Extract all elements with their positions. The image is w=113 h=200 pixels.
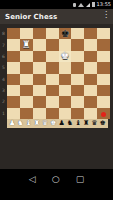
square-d6[interactable] [46, 51, 59, 62]
square-f1[interactable] [71, 108, 84, 119]
rank-label-5: 5 [0, 62, 7, 73]
square-e7[interactable] [59, 39, 72, 50]
phone-screen: 13:55 Senior Chess ⋮ 87654321 ♚♜♚ ♟♞♝♜♛♚… [0, 0, 113, 200]
square-f6[interactable] [71, 51, 84, 62]
tray-white-knight[interactable]: ♞ [17, 120, 23, 127]
square-b1[interactable] [20, 108, 33, 119]
square-d2[interactable] [46, 96, 59, 107]
square-e8[interactable]: ♚ [59, 28, 72, 39]
wifi-icon [78, 3, 84, 7]
black-king[interactable]: ♚ [60, 29, 69, 39]
square-e3[interactable] [59, 85, 72, 96]
app-bar: Senior Chess ⋮ [0, 9, 113, 24]
rank-label-3: 3 [0, 85, 7, 96]
tray-black-knight[interactable]: ♞ [67, 120, 73, 127]
square-e5[interactable] [59, 62, 72, 73]
square-h2[interactable] [97, 96, 110, 107]
square-h3[interactable] [97, 85, 110, 96]
square-g7[interactable] [84, 39, 97, 50]
tray-white-rook[interactable]: ♜ [34, 120, 40, 127]
rank-label-1: 1 [0, 108, 7, 119]
square-c4[interactable] [33, 74, 46, 85]
square-g6[interactable] [84, 51, 97, 62]
square-a5[interactable] [7, 62, 20, 73]
square-b4[interactable] [20, 74, 33, 85]
square-c5[interactable] [33, 62, 46, 73]
tray-black-rook[interactable]: ♜ [83, 120, 89, 127]
tray-black-king[interactable]: ♚ [100, 120, 106, 127]
square-b7[interactable]: ♜ [20, 39, 33, 50]
signal-icon [86, 3, 90, 7]
battery-icon [92, 2, 95, 7]
chess-board: ♚♜♚ [7, 28, 110, 119]
white-king[interactable]: ♚ [60, 51, 69, 61]
square-h7[interactable] [97, 39, 110, 50]
piece-tray: ♟♞♝♜♛♚♟♞♝♜♛♚ [7, 119, 108, 128]
square-e6[interactable]: ♚ [59, 51, 72, 62]
square-d3[interactable] [46, 85, 59, 96]
rank-label-8: 8 [0, 28, 7, 39]
square-d5[interactable] [46, 62, 59, 73]
white-rook[interactable]: ♜ [22, 40, 31, 50]
square-h8[interactable] [97, 28, 110, 39]
square-h5[interactable] [97, 62, 110, 73]
status-bar: 13:55 [0, 0, 113, 9]
square-a3[interactable] [7, 85, 20, 96]
square-c7[interactable] [33, 39, 46, 50]
square-d7[interactable] [46, 39, 59, 50]
square-a1[interactable] [7, 108, 20, 119]
rank-label-6: 6 [0, 51, 7, 62]
rank-labels: 87654321 [0, 28, 7, 119]
square-d8[interactable] [46, 28, 59, 39]
square-c1[interactable] [33, 108, 46, 119]
rank-label-7: 7 [0, 39, 7, 50]
vibrate-icon [73, 3, 76, 7]
app-title: Senior Chess [0, 13, 57, 21]
square-c2[interactable] [33, 96, 46, 107]
square-e2[interactable] [59, 96, 72, 107]
tray-black-bishop[interactable]: ♝ [75, 120, 81, 127]
square-e4[interactable] [59, 74, 72, 85]
square-b2[interactable] [20, 96, 33, 107]
square-h6[interactable] [97, 51, 110, 62]
square-b3[interactable] [20, 85, 33, 96]
square-c6[interactable] [33, 51, 46, 62]
tray-white-king[interactable]: ♚ [50, 120, 56, 127]
square-d4[interactable] [46, 74, 59, 85]
square-a4[interactable] [7, 74, 20, 85]
overflow-menu-icon[interactable]: ⋮ [102, 11, 110, 19]
back-button[interactable]: ◁ [29, 175, 36, 184]
square-b5[interactable] [20, 62, 33, 73]
tray-black-pawn[interactable]: ♟ [58, 120, 64, 127]
square-a7[interactable] [7, 39, 20, 50]
square-a8[interactable] [7, 28, 20, 39]
square-g3[interactable] [84, 85, 97, 96]
rank-label-4: 4 [0, 74, 7, 85]
home-button[interactable]: ○ [52, 175, 60, 184]
square-c3[interactable] [33, 85, 46, 96]
rank-label-2: 2 [0, 96, 7, 107]
square-d1[interactable] [46, 108, 59, 119]
tray-white-bishop[interactable]: ♝ [25, 120, 31, 127]
status-time: 13:55 [97, 2, 111, 7]
square-b8[interactable] [20, 28, 33, 39]
square-g8[interactable] [84, 28, 97, 39]
square-f8[interactable] [71, 28, 84, 39]
square-a6[interactable] [7, 51, 20, 62]
tray-white-pawn[interactable]: ♟ [9, 120, 15, 127]
square-c8[interactable] [33, 28, 46, 39]
square-g2[interactable] [84, 96, 97, 107]
square-a2[interactable] [7, 96, 20, 107]
square-h4[interactable] [97, 74, 110, 85]
red-indicator-dot [101, 112, 106, 117]
square-g1[interactable] [84, 108, 97, 119]
android-nav-bar: ◁ ○ ▢ [0, 169, 113, 200]
square-f5[interactable] [71, 62, 84, 73]
square-f2[interactable] [71, 96, 84, 107]
square-f7[interactable] [71, 39, 84, 50]
square-e1[interactable] [59, 108, 72, 119]
tray-white-queen[interactable]: ♛ [42, 120, 48, 127]
square-g5[interactable] [84, 62, 97, 73]
square-g4[interactable] [84, 74, 97, 85]
tray-black-queen[interactable]: ♛ [91, 120, 97, 127]
square-f4[interactable] [71, 74, 84, 85]
square-b6[interactable] [20, 51, 33, 62]
recents-button[interactable]: ▢ [76, 175, 85, 184]
square-f3[interactable] [71, 85, 84, 96]
